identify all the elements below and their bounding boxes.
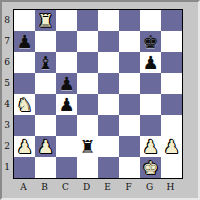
square-g7[interactable]: ♚ (140, 31, 161, 52)
square-c6[interactable] (56, 52, 77, 73)
white-pawn[interactable]: ♟ (16, 136, 32, 157)
rank-label-5: 5 (2, 72, 12, 93)
black-king[interactable]: ♚ (142, 31, 158, 52)
rank-label-1: 1 (2, 156, 12, 177)
rank-label-6: 6 (2, 51, 12, 72)
square-h5[interactable] (161, 73, 182, 94)
square-f3[interactable] (119, 115, 140, 136)
square-d1[interactable] (77, 157, 98, 178)
square-a6[interactable] (14, 52, 35, 73)
rank-label-8: 8 (2, 9, 12, 30)
file-label-b: B (34, 182, 55, 194)
black-pawn[interactable]: ♟ (58, 94, 74, 115)
square-b2[interactable]: ♟ (35, 136, 56, 157)
square-b6[interactable]: ♝ (35, 52, 56, 73)
file-label-g: G (139, 182, 160, 194)
square-e1[interactable] (98, 157, 119, 178)
square-f6[interactable] (119, 52, 140, 73)
square-g4[interactable] (140, 94, 161, 115)
square-h1[interactable] (161, 157, 182, 178)
square-e6[interactable] (98, 52, 119, 73)
square-a5[interactable] (14, 73, 35, 94)
file-label-h: H (160, 182, 181, 194)
black-pawn[interactable]: ♟ (142, 52, 158, 73)
square-b7[interactable] (35, 31, 56, 52)
square-f8[interactable] (119, 10, 140, 31)
square-g3[interactable] (140, 115, 161, 136)
square-g8[interactable] (140, 10, 161, 31)
square-d2[interactable]: ♜ (77, 136, 98, 157)
square-e7[interactable] (98, 31, 119, 52)
square-a7[interactable]: ♟ (14, 31, 35, 52)
white-pawn[interactable]: ♟ (142, 136, 158, 157)
white-knight[interactable]: ♞ (16, 94, 32, 115)
square-d5[interactable] (77, 73, 98, 94)
file-label-d: D (76, 182, 97, 194)
square-g5[interactable] (140, 73, 161, 94)
file-label-e: E (97, 182, 118, 194)
square-e4[interactable] (98, 94, 119, 115)
square-e8[interactable] (98, 10, 119, 31)
rank-label-4: 4 (2, 93, 12, 114)
square-g2[interactable]: ♟ (140, 136, 161, 157)
chess-board: ♜♟♚♝♟♟♞♟♟♟♜♟♟♚ (13, 9, 183, 179)
file-label-a: A (13, 182, 34, 194)
square-b8[interactable]: ♜ (35, 10, 56, 31)
square-h8[interactable] (161, 10, 182, 31)
rank-label-7: 7 (2, 30, 12, 51)
square-c3[interactable] (56, 115, 77, 136)
rank-label-3: 3 (2, 114, 12, 135)
file-label-f: F (118, 182, 139, 194)
square-e5[interactable] (98, 73, 119, 94)
square-f5[interactable] (119, 73, 140, 94)
black-bishop[interactable]: ♝ (37, 52, 53, 73)
square-c4[interactable]: ♟ (56, 94, 77, 115)
square-h2[interactable]: ♟ (161, 136, 182, 157)
square-c7[interactable] (56, 31, 77, 52)
square-g1[interactable]: ♚ (140, 157, 161, 178)
file-label-c: C (55, 182, 76, 194)
square-b3[interactable] (35, 115, 56, 136)
square-b5[interactable] (35, 73, 56, 94)
white-king[interactable]: ♚ (142, 157, 158, 178)
white-pawn[interactable]: ♟ (37, 136, 53, 157)
square-b4[interactable] (35, 94, 56, 115)
square-c1[interactable] (56, 157, 77, 178)
white-rook[interactable]: ♜ (37, 10, 53, 31)
square-h3[interactable] (161, 115, 182, 136)
square-d3[interactable] (77, 115, 98, 136)
square-c8[interactable] (56, 10, 77, 31)
square-e3[interactable] (98, 115, 119, 136)
square-h4[interactable] (161, 94, 182, 115)
square-d4[interactable] (77, 94, 98, 115)
square-d7[interactable] (77, 31, 98, 52)
square-f1[interactable] (119, 157, 140, 178)
square-c2[interactable] (56, 136, 77, 157)
square-c5[interactable]: ♟ (56, 73, 77, 94)
rank-label-2: 2 (2, 135, 12, 156)
square-d8[interactable] (77, 10, 98, 31)
square-a8[interactable] (14, 10, 35, 31)
black-pawn[interactable]: ♟ (16, 31, 32, 52)
square-e2[interactable] (98, 136, 119, 157)
square-b1[interactable] (35, 157, 56, 178)
square-a3[interactable] (14, 115, 35, 136)
square-f2[interactable] (119, 136, 140, 157)
square-h6[interactable] (161, 52, 182, 73)
square-h7[interactable] (161, 31, 182, 52)
square-f7[interactable] (119, 31, 140, 52)
square-f4[interactable] (119, 94, 140, 115)
square-a2[interactable]: ♟ (14, 136, 35, 157)
white-pawn[interactable]: ♟ (163, 136, 179, 157)
square-a1[interactable] (14, 157, 35, 178)
black-rook[interactable]: ♜ (79, 136, 95, 157)
square-d6[interactable] (77, 52, 98, 73)
black-pawn[interactable]: ♟ (58, 73, 74, 94)
square-a4[interactable]: ♞ (14, 94, 35, 115)
square-g6[interactable]: ♟ (140, 52, 161, 73)
